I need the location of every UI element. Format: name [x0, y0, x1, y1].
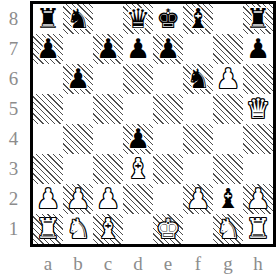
- piece-black-rook[interactable]: ♜: [246, 4, 270, 34]
- square-b1[interactable]: ♞: [63, 214, 93, 244]
- chess-diagram: ♜♞♛♚♝♜♟♟♟♟♟♟♞♟♛♟♝♟♟♟♟♝♟♜♞♝♚♞♜ 87654321 a…: [0, 0, 279, 280]
- square-f2[interactable]: ♟: [183, 184, 213, 214]
- square-c6[interactable]: [93, 64, 123, 94]
- square-e3[interactable]: [153, 154, 183, 184]
- square-a8[interactable]: ♜: [33, 4, 63, 34]
- piece-white-rook[interactable]: ♜: [246, 214, 270, 244]
- rank-label-7: 7: [0, 34, 27, 64]
- square-c8[interactable]: [93, 4, 123, 34]
- piece-black-pawn[interactable]: ♟: [156, 34, 180, 64]
- square-f1[interactable]: [183, 214, 213, 244]
- piece-white-pawn[interactable]: ♟: [186, 184, 210, 214]
- square-a3[interactable]: [33, 154, 63, 184]
- square-a4[interactable]: [33, 124, 63, 154]
- square-c1[interactable]: ♝: [93, 214, 123, 244]
- square-b7[interactable]: [63, 34, 93, 64]
- square-d2[interactable]: [123, 184, 153, 214]
- square-g1[interactable]: ♞: [213, 214, 243, 244]
- square-b3[interactable]: [63, 154, 93, 184]
- rank-label-1: 1: [0, 214, 27, 244]
- square-c3[interactable]: [93, 154, 123, 184]
- square-f6[interactable]: ♞: [183, 64, 213, 94]
- piece-black-queen[interactable]: ♛: [126, 4, 150, 34]
- square-d4[interactable]: ♟: [123, 124, 153, 154]
- square-f3[interactable]: [183, 154, 213, 184]
- file-label-h: h: [243, 251, 273, 277]
- rank-label-8: 8: [0, 4, 27, 34]
- square-b5[interactable]: [63, 94, 93, 124]
- file-label-a: a: [33, 251, 63, 277]
- square-e1[interactable]: ♚: [153, 214, 183, 244]
- file-label-d: d: [123, 251, 153, 277]
- square-e4[interactable]: [153, 124, 183, 154]
- square-e5[interactable]: [153, 94, 183, 124]
- rank-label-5: 5: [0, 94, 27, 124]
- square-h1[interactable]: ♜: [243, 214, 273, 244]
- piece-black-rook[interactable]: ♜: [36, 4, 60, 34]
- square-d3[interactable]: ♝: [123, 154, 153, 184]
- piece-white-pawn[interactable]: ♟: [246, 184, 270, 214]
- square-g4[interactable]: [213, 124, 243, 154]
- rank-label-2: 2: [0, 184, 27, 214]
- piece-white-king[interactable]: ♚: [156, 214, 180, 244]
- square-c4[interactable]: [93, 124, 123, 154]
- piece-white-bishop[interactable]: ♝: [96, 214, 120, 244]
- square-g7[interactable]: [213, 34, 243, 64]
- square-h7[interactable]: ♟: [243, 34, 273, 64]
- square-e6[interactable]: [153, 64, 183, 94]
- square-g3[interactable]: [213, 154, 243, 184]
- square-g6[interactable]: ♟: [213, 64, 243, 94]
- piece-black-knight[interactable]: ♞: [66, 4, 90, 34]
- rank-label-3: 3: [0, 154, 27, 184]
- piece-black-pawn[interactable]: ♟: [246, 34, 270, 64]
- square-b2[interactable]: ♟: [63, 184, 93, 214]
- square-h6[interactable]: [243, 64, 273, 94]
- square-e8[interactable]: ♚: [153, 4, 183, 34]
- piece-black-knight[interactable]: ♞: [186, 64, 210, 94]
- square-g2[interactable]: ♝: [213, 184, 243, 214]
- square-g8[interactable]: [213, 4, 243, 34]
- piece-black-pawn[interactable]: ♟: [126, 124, 150, 154]
- square-h3[interactable]: [243, 154, 273, 184]
- file-label-b: b: [63, 251, 93, 277]
- piece-black-bishop[interactable]: ♝: [186, 4, 210, 34]
- square-b6[interactable]: ♟: [63, 64, 93, 94]
- square-c5[interactable]: [93, 94, 123, 124]
- square-d8[interactable]: ♛: [123, 4, 153, 34]
- piece-white-knight[interactable]: ♞: [66, 214, 90, 244]
- square-b8[interactable]: ♞: [63, 4, 93, 34]
- square-c7[interactable]: ♟: [93, 34, 123, 64]
- square-b4[interactable]: [63, 124, 93, 154]
- square-h5[interactable]: ♛: [243, 94, 273, 124]
- chess-board: ♜♞♛♚♝♜♟♟♟♟♟♟♞♟♛♟♝♟♟♟♟♝♟♜♞♝♚♞♜: [30, 1, 276, 247]
- square-d1[interactable]: [123, 214, 153, 244]
- square-e7[interactable]: ♟: [153, 34, 183, 64]
- file-label-e: e: [153, 251, 183, 277]
- file-label-f: f: [183, 251, 213, 277]
- file-label-c: c: [93, 251, 123, 277]
- piece-black-pawn[interactable]: ♟: [96, 34, 120, 64]
- square-a1[interactable]: ♜: [33, 214, 63, 244]
- piece-white-rook[interactable]: ♜: [36, 214, 60, 244]
- square-d5[interactable]: [123, 94, 153, 124]
- rank-label-4: 4: [0, 124, 27, 154]
- square-a5[interactable]: [33, 94, 63, 124]
- piece-black-pawn[interactable]: ♟: [126, 34, 150, 64]
- piece-black-bishop[interactable]: ♝: [216, 184, 240, 214]
- square-f7[interactable]: [183, 34, 213, 64]
- square-h4[interactable]: [243, 124, 273, 154]
- square-h8[interactable]: ♜: [243, 4, 273, 34]
- piece-black-king[interactable]: ♚: [156, 4, 180, 34]
- square-a7[interactable]: ♟: [33, 34, 63, 64]
- piece-white-knight[interactable]: ♞: [216, 214, 240, 244]
- square-d6[interactable]: [123, 64, 153, 94]
- piece-white-pawn[interactable]: ♟: [216, 64, 240, 94]
- square-g5[interactable]: [213, 94, 243, 124]
- square-f5[interactable]: [183, 94, 213, 124]
- piece-black-pawn[interactable]: ♟: [66, 64, 90, 94]
- file-label-g: g: [213, 251, 243, 277]
- square-e2[interactable]: [153, 184, 183, 214]
- square-a6[interactable]: [33, 64, 63, 94]
- square-d7[interactable]: ♟: [123, 34, 153, 64]
- piece-white-pawn[interactable]: ♟: [36, 184, 60, 214]
- square-h2[interactable]: ♟: [243, 184, 273, 214]
- piece-black-pawn[interactable]: ♟: [36, 34, 60, 64]
- piece-white-queen[interactable]: ♛: [246, 94, 270, 124]
- square-f8[interactable]: ♝: [183, 4, 213, 34]
- square-f4[interactable]: [183, 124, 213, 154]
- piece-white-bishop[interactable]: ♝: [126, 154, 150, 184]
- piece-white-pawn[interactable]: ♟: [96, 184, 120, 214]
- square-c2[interactable]: ♟: [93, 184, 123, 214]
- piece-white-pawn[interactable]: ♟: [66, 184, 90, 214]
- rank-label-6: 6: [0, 64, 27, 94]
- square-a2[interactable]: ♟: [33, 184, 63, 214]
